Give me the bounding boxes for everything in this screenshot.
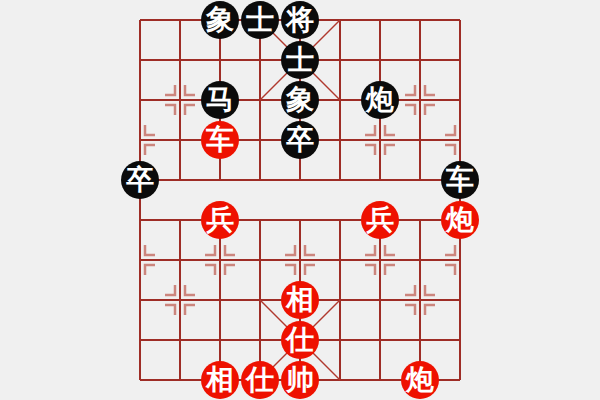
red-pawn[interactable]: 兵 (361, 201, 399, 239)
red-chariot[interactable]: 车 (201, 121, 239, 159)
red-cannon[interactable]: 炮 (401, 361, 439, 399)
black-elephant[interactable]: 象 (201, 1, 239, 39)
red-advisor[interactable]: 仕 (241, 361, 279, 399)
red-elephant[interactable]: 相 (201, 361, 239, 399)
black-horse[interactable]: 马 (201, 81, 239, 119)
red-elephant[interactable]: 相 (281, 281, 319, 319)
black-pawn[interactable]: 卒 (121, 161, 159, 199)
black-pawn[interactable]: 卒 (281, 121, 319, 159)
red-pawn[interactable]: 兵 (201, 201, 239, 239)
xiangqi-board[interactable]: 象士将士马象炮车卒卒车兵兵炮相仕相仕帅炮 (120, 0, 480, 400)
black-general[interactable]: 将 (281, 1, 319, 39)
black-elephant[interactable]: 象 (281, 81, 319, 119)
black-cannon[interactable]: 炮 (361, 81, 399, 119)
xiangqi-board-page: 象士将士马象炮车卒卒车兵兵炮相仕相仕帅炮 (0, 0, 600, 400)
red-cannon[interactable]: 炮 (441, 201, 479, 239)
red-general[interactable]: 帅 (281, 361, 319, 399)
black-advisor[interactable]: 士 (281, 41, 319, 79)
black-chariot[interactable]: 车 (441, 161, 479, 199)
black-advisor[interactable]: 士 (241, 1, 279, 39)
red-advisor[interactable]: 仕 (281, 321, 319, 359)
